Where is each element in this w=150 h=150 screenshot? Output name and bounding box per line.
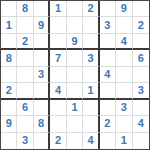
given-digit: 9 (38, 20, 44, 31)
given-digit: 6 (138, 53, 144, 64)
given-digit: 2 (55, 135, 61, 146)
given-digit: 4 (121, 36, 127, 47)
cell-r5c2[interactable] (17, 67, 33, 83)
cell-r8c6[interactable] (83, 116, 99, 132)
cell-r1c7[interactable] (100, 1, 116, 17)
given-digit: 4 (55, 85, 61, 96)
cell-r8c9[interactable]: 4 (133, 116, 149, 132)
given-digit: 3 (104, 20, 110, 31)
cell-r4c6[interactable]: 3 (83, 50, 99, 66)
given-digit: 3 (121, 102, 127, 113)
cell-r9c9[interactable] (133, 133, 149, 149)
cell-r7c1[interactable] (1, 100, 17, 116)
cell-r8c2[interactable] (17, 116, 33, 132)
cell-r9c6[interactable]: 4 (83, 133, 99, 149)
given-digit: 7 (55, 53, 61, 64)
given-digit: 9 (71, 36, 77, 47)
cell-r8c4[interactable] (50, 116, 66, 132)
cell-r9c7[interactable] (100, 133, 116, 149)
given-digit: 1 (71, 102, 77, 113)
cell-r1c2[interactable]: 8 (17, 1, 33, 17)
cell-r4c2[interactable] (17, 50, 33, 66)
cell-r1c9[interactable] (133, 1, 149, 17)
given-digit: 1 (6, 20, 12, 31)
cell-r4c1[interactable]: 8 (1, 50, 17, 66)
cell-r4c9[interactable]: 6 (133, 50, 149, 66)
cell-r4c8[interactable] (116, 50, 132, 66)
given-digit: 1 (121, 135, 127, 146)
cell-r5c7[interactable]: 4 (100, 67, 116, 83)
cell-r3c5[interactable]: 9 (67, 34, 83, 50)
given-digit: 3 (38, 69, 44, 80)
cell-r6c9[interactable]: 3 (133, 83, 149, 99)
cell-r5c8[interactable] (116, 67, 132, 83)
cell-r6c6[interactable]: 1 (83, 83, 99, 99)
cell-r2c7[interactable]: 3 (100, 17, 116, 33)
cell-r6c2[interactable] (17, 83, 33, 99)
cell-r4c7[interactable] (100, 50, 116, 66)
cell-r3c1[interactable] (1, 34, 17, 50)
sudoku-board: 81291932294873634241361398243241 (0, 0, 150, 150)
cell-r2c1[interactable]: 1 (1, 17, 17, 33)
cell-r5c9[interactable] (133, 67, 149, 83)
cell-r5c5[interactable] (67, 67, 83, 83)
cell-r9c8[interactable]: 1 (116, 133, 132, 149)
given-digit: 9 (6, 118, 12, 129)
cell-r3c4[interactable] (50, 34, 66, 50)
cell-r7c6[interactable] (83, 100, 99, 116)
given-digit: 3 (138, 85, 144, 96)
given-digit: 4 (87, 135, 93, 146)
cell-r1c5[interactable] (67, 1, 83, 17)
cell-r8c1[interactable]: 9 (1, 116, 17, 132)
cell-r7c8[interactable]: 3 (116, 100, 132, 116)
cell-r2c2[interactable] (17, 17, 33, 33)
given-digit: 2 (138, 20, 144, 31)
cell-r8c5[interactable] (67, 116, 83, 132)
cell-r9c2[interactable]: 3 (17, 133, 33, 149)
given-digit: 2 (104, 118, 110, 129)
cell-r4c4[interactable]: 7 (50, 50, 66, 66)
cell-r4c5[interactable] (67, 50, 83, 66)
cell-r7c5[interactable]: 1 (67, 100, 83, 116)
cell-r1c8[interactable]: 9 (116, 1, 132, 17)
cell-r5c6[interactable] (83, 67, 99, 83)
cell-r6c5[interactable] (67, 83, 83, 99)
cell-r6c8[interactable] (116, 83, 132, 99)
given-digit: 4 (138, 118, 144, 129)
cell-r2c4[interactable] (50, 17, 66, 33)
cell-r7c4[interactable] (50, 100, 66, 116)
cell-r3c9[interactable] (133, 34, 149, 50)
cell-r4c3[interactable] (34, 50, 50, 66)
cell-r1c3[interactable] (34, 1, 50, 17)
given-digit: 4 (104, 69, 110, 80)
cell-r3c3[interactable] (34, 34, 50, 50)
given-digit: 2 (22, 36, 28, 47)
cell-r3c2[interactable]: 2 (17, 34, 33, 50)
given-digit: 3 (87, 53, 93, 64)
given-digit: 9 (121, 3, 127, 14)
cell-r7c9[interactable] (133, 100, 149, 116)
cell-r2c5[interactable] (67, 17, 83, 33)
cell-r7c2[interactable]: 6 (17, 100, 33, 116)
cell-r7c7[interactable] (100, 100, 116, 116)
cell-r9c1[interactable] (1, 133, 17, 149)
given-digit: 8 (6, 53, 12, 64)
cell-r9c5[interactable] (67, 133, 83, 149)
cell-r2c6[interactable] (83, 17, 99, 33)
cell-r5c3[interactable]: 3 (34, 67, 50, 83)
cell-r1c4[interactable]: 1 (50, 1, 66, 17)
cell-r9c4[interactable]: 2 (50, 133, 66, 149)
cell-r8c3[interactable]: 8 (34, 116, 50, 132)
cell-r2c9[interactable]: 2 (133, 17, 149, 33)
cell-r6c7[interactable] (100, 83, 116, 99)
cell-r2c3[interactable]: 9 (34, 17, 50, 33)
cell-r6c3[interactable] (34, 83, 50, 99)
cell-r6c1[interactable]: 2 (1, 83, 17, 99)
given-digit: 6 (22, 102, 28, 113)
given-digit: 1 (55, 3, 61, 14)
cell-r2c8[interactable] (116, 17, 132, 33)
cell-r5c4[interactable] (50, 67, 66, 83)
cell-r1c1[interactable] (1, 1, 17, 17)
cell-r3c6[interactable] (83, 34, 99, 50)
given-digit: 8 (22, 3, 28, 14)
cell-r9c3[interactable] (34, 133, 50, 149)
cell-r1c6[interactable]: 2 (83, 1, 99, 17)
cell-r6c4[interactable]: 4 (50, 83, 66, 99)
cell-r3c7[interactable] (100, 34, 116, 50)
given-digit: 2 (87, 3, 93, 14)
cell-r7c3[interactable] (34, 100, 50, 116)
given-digit: 8 (38, 118, 44, 129)
cell-r8c8[interactable] (116, 116, 132, 132)
cell-r3c8[interactable]: 4 (116, 34, 132, 50)
cell-r5c1[interactable] (1, 67, 17, 83)
cell-r8c7[interactable]: 2 (100, 116, 116, 132)
given-digit: 1 (87, 85, 93, 96)
given-digit: 2 (6, 85, 12, 96)
given-digit: 3 (22, 135, 28, 146)
